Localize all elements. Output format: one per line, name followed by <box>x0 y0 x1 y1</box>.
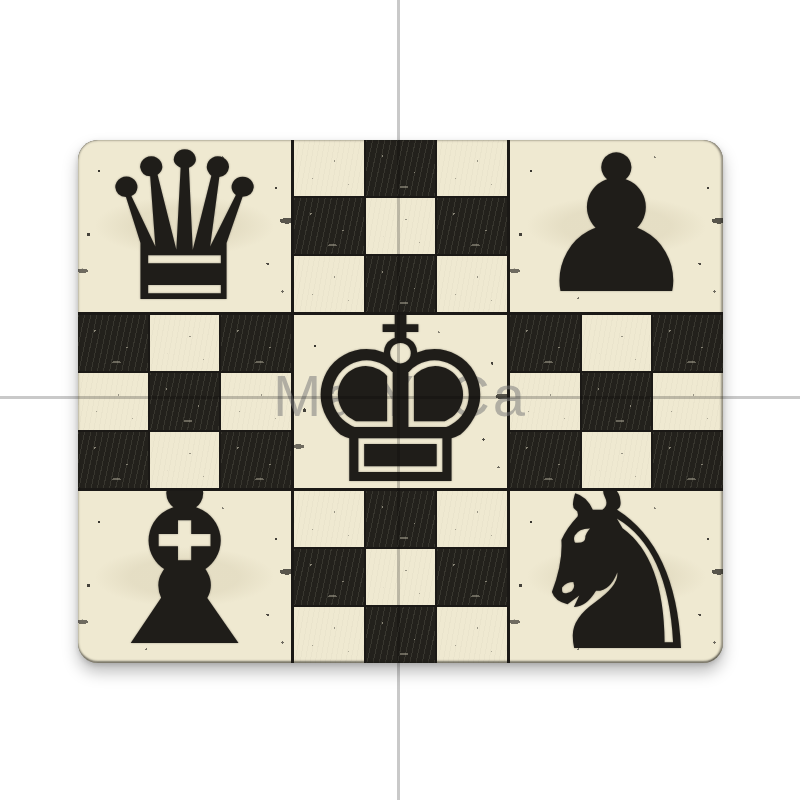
light-square <box>294 256 364 312</box>
panel-checkerboard <box>78 315 291 487</box>
dark-square <box>366 256 436 312</box>
light-square <box>582 315 652 371</box>
light-square <box>437 140 507 196</box>
panel-black-bishop: ♝ <box>78 491 291 663</box>
black-queen-piece: ♛ <box>93 140 277 312</box>
light-square <box>294 491 364 547</box>
dark-square <box>221 315 291 371</box>
dark-square <box>510 315 580 371</box>
light-square <box>366 549 436 605</box>
product-photo: MaiYaCa ♛♟♚♝♞ <box>0 0 800 800</box>
black-pawn-piece: ♟ <box>531 140 701 312</box>
dark-square <box>582 373 652 429</box>
light-square <box>437 256 507 312</box>
dark-square <box>437 549 507 605</box>
light-square <box>437 491 507 547</box>
dark-square <box>78 432 148 488</box>
dark-square <box>366 607 436 663</box>
dark-square <box>294 549 364 605</box>
light-square <box>221 373 291 429</box>
black-king-piece: ♚ <box>298 315 502 487</box>
dark-square <box>366 491 436 547</box>
panel-black-knight: ♞ <box>510 491 723 663</box>
dark-square <box>653 432 723 488</box>
panel-checkerboard <box>510 315 723 487</box>
light-square <box>437 607 507 663</box>
panel-black-king: ♚ <box>294 315 507 487</box>
panel-checkerboard <box>294 491 507 663</box>
panel-black-pawn: ♟ <box>510 140 723 312</box>
mousepad: MaiYaCa ♛♟♚♝♞ <box>78 140 723 663</box>
black-knight-piece: ♞ <box>515 491 718 663</box>
light-square <box>366 198 436 254</box>
dark-square <box>294 198 364 254</box>
black-bishop-piece: ♝ <box>81 491 287 663</box>
dark-square <box>366 140 436 196</box>
light-square <box>294 607 364 663</box>
dark-square <box>78 315 148 371</box>
dark-square <box>510 432 580 488</box>
crosshair-vertical-line <box>397 0 400 800</box>
light-square <box>294 140 364 196</box>
panel-black-queen: ♛ <box>78 140 291 312</box>
light-square <box>150 315 220 371</box>
crosshair-horizontal-line <box>0 396 800 399</box>
dark-square <box>437 198 507 254</box>
light-square <box>78 373 148 429</box>
panel-checkerboard <box>294 140 507 312</box>
dark-square <box>221 432 291 488</box>
light-square <box>653 373 723 429</box>
light-square <box>150 432 220 488</box>
dark-square <box>150 373 220 429</box>
light-square <box>510 373 580 429</box>
light-square <box>582 432 652 488</box>
dark-square <box>653 315 723 371</box>
